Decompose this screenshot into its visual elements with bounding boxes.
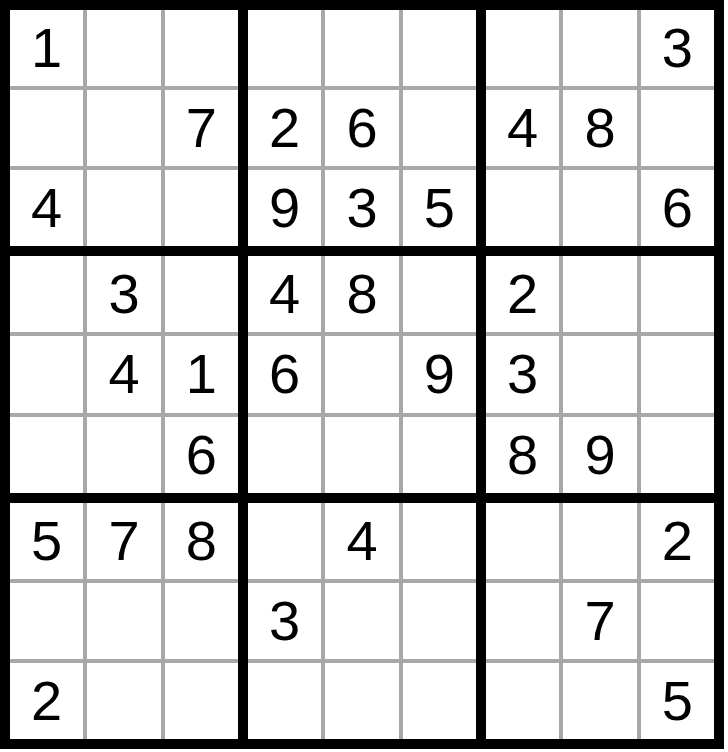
cell-r7c4[interactable] (248, 503, 321, 579)
cell-r9c8[interactable] (563, 663, 636, 739)
cell-r8c6[interactable] (403, 583, 476, 659)
cell-r1c8[interactable] (563, 10, 636, 86)
cell-r2c5: 6 (325, 90, 398, 166)
cell-r1c5[interactable] (325, 10, 398, 86)
cell-r3c8[interactable] (563, 170, 636, 246)
cell-r3c7[interactable] (486, 170, 559, 246)
cell-r7c1: 5 (10, 503, 83, 579)
cell-r4c3[interactable] (165, 256, 238, 332)
box-3: 3486 (486, 10, 714, 246)
box-5: 4869 (248, 256, 476, 492)
cell-r2c2[interactable] (87, 90, 160, 166)
cell-r6c5[interactable] (325, 417, 398, 493)
cell-r1c6[interactable] (403, 10, 476, 86)
cell-r2c9[interactable] (641, 90, 714, 166)
cell-r8c5[interactable] (325, 583, 398, 659)
cell-r6c8: 9 (563, 417, 636, 493)
cell-r4c2: 3 (87, 256, 160, 332)
cell-r2c6[interactable] (403, 90, 476, 166)
box-8: 43 (248, 503, 476, 739)
cell-r5c2: 4 (87, 336, 160, 412)
cell-r2c4: 2 (248, 90, 321, 166)
cell-r6c2[interactable] (87, 417, 160, 493)
sudoku-board: 174269353486341648692389578243275 (0, 0, 724, 749)
cell-r3c9: 6 (641, 170, 714, 246)
box-1: 174 (10, 10, 238, 246)
cell-r4c6[interactable] (403, 256, 476, 332)
cell-r1c7[interactable] (486, 10, 559, 86)
cell-r2c7: 4 (486, 90, 559, 166)
cell-r4c1[interactable] (10, 256, 83, 332)
cell-r4c5: 8 (325, 256, 398, 332)
cell-r5c4: 6 (248, 336, 321, 412)
cell-r9c9: 5 (641, 663, 714, 739)
cell-r9c1: 2 (10, 663, 83, 739)
cell-r1c1: 1 (10, 10, 83, 86)
cell-r3c3[interactable] (165, 170, 238, 246)
cell-r8c2[interactable] (87, 583, 160, 659)
cell-r7c9: 2 (641, 503, 714, 579)
cell-r9c6[interactable] (403, 663, 476, 739)
box-6: 2389 (486, 256, 714, 492)
cell-r1c3[interactable] (165, 10, 238, 86)
cell-r4c4: 4 (248, 256, 321, 332)
cell-r5c5[interactable] (325, 336, 398, 412)
cell-r9c5[interactable] (325, 663, 398, 739)
cell-r2c8: 8 (563, 90, 636, 166)
cell-r6c4[interactable] (248, 417, 321, 493)
cell-r8c1[interactable] (10, 583, 83, 659)
cell-r3c1: 4 (10, 170, 83, 246)
box-9: 275 (486, 503, 714, 739)
cell-r6c6[interactable] (403, 417, 476, 493)
cell-r8c7[interactable] (486, 583, 559, 659)
cell-r5c7: 3 (486, 336, 559, 412)
cell-r8c8: 7 (563, 583, 636, 659)
cell-r2c3: 7 (165, 90, 238, 166)
cell-r5c1[interactable] (10, 336, 83, 412)
box-7: 5782 (10, 503, 238, 739)
cell-r6c9[interactable] (641, 417, 714, 493)
cell-r8c9[interactable] (641, 583, 714, 659)
cell-r2c1[interactable] (10, 90, 83, 166)
cell-r8c4: 3 (248, 583, 321, 659)
cell-r9c3[interactable] (165, 663, 238, 739)
cell-r9c2[interactable] (87, 663, 160, 739)
cell-r3c5: 3 (325, 170, 398, 246)
cell-r6c3: 6 (165, 417, 238, 493)
cell-r6c7: 8 (486, 417, 559, 493)
cell-r1c2[interactable] (87, 10, 160, 86)
cell-r7c8[interactable] (563, 503, 636, 579)
sudoku-page: 174269353486341648692389578243275 (0, 0, 728, 752)
cell-r5c3: 1 (165, 336, 238, 412)
box-2: 26935 (248, 10, 476, 246)
cell-r1c4[interactable] (248, 10, 321, 86)
cell-r8c3[interactable] (165, 583, 238, 659)
cell-r3c4: 9 (248, 170, 321, 246)
cell-r6c1[interactable] (10, 417, 83, 493)
cell-r5c6: 9 (403, 336, 476, 412)
cell-r7c6[interactable] (403, 503, 476, 579)
cell-r7c7[interactable] (486, 503, 559, 579)
cell-r7c3: 8 (165, 503, 238, 579)
cell-r9c7[interactable] (486, 663, 559, 739)
cell-r4c9[interactable] (641, 256, 714, 332)
cell-r3c2[interactable] (87, 170, 160, 246)
cell-r9c4[interactable] (248, 663, 321, 739)
cell-r3c6: 5 (403, 170, 476, 246)
cell-r4c8[interactable] (563, 256, 636, 332)
box-4: 3416 (10, 256, 238, 492)
cell-r7c5: 4 (325, 503, 398, 579)
cell-r1c9: 3 (641, 10, 714, 86)
cell-r5c9[interactable] (641, 336, 714, 412)
cell-r4c7: 2 (486, 256, 559, 332)
cell-r5c8[interactable] (563, 336, 636, 412)
cell-r7c2: 7 (87, 503, 160, 579)
